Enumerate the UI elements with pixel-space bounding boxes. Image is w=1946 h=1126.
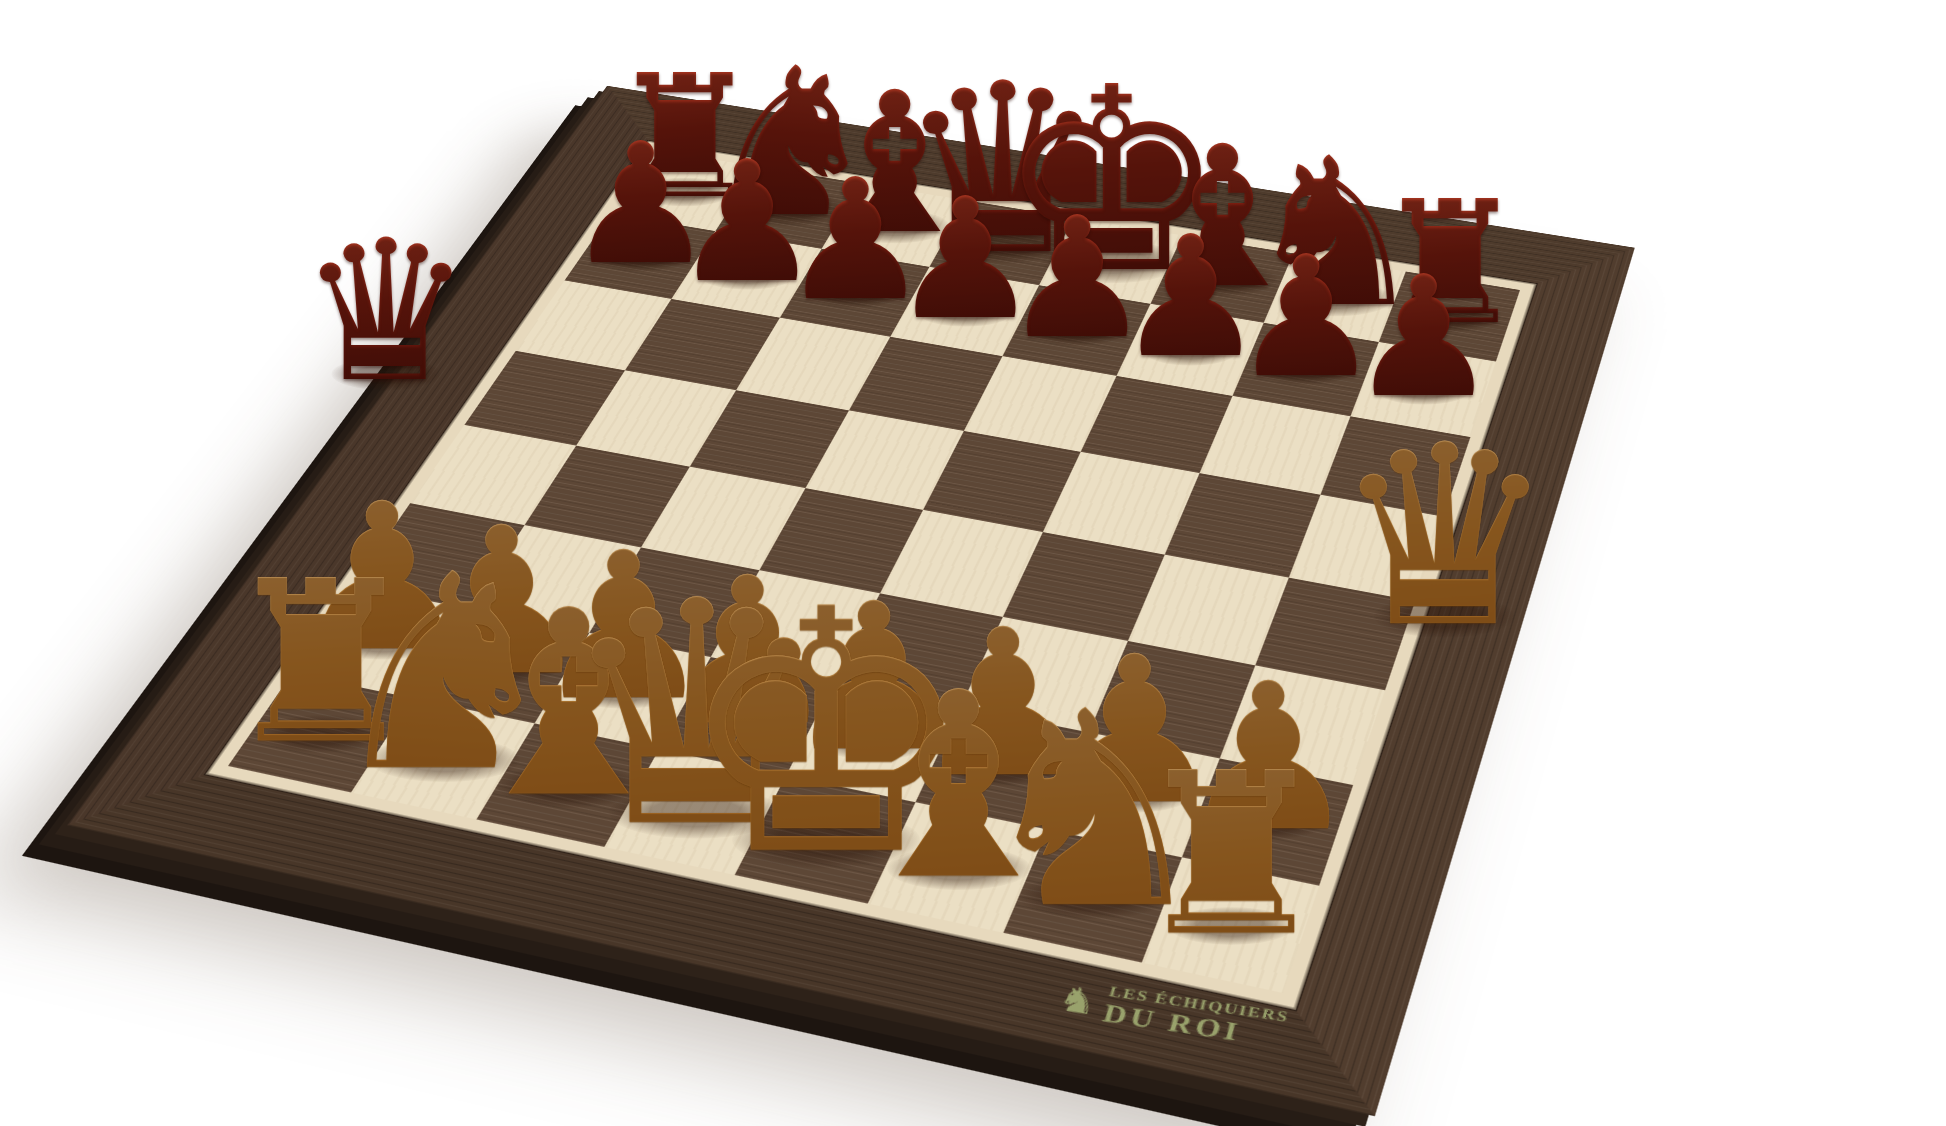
product-photo-scene: ♞ LES ÉCHIQUIERS DU ROI ♜♞♝♛♚♝♞♜♟♟♟♟♟♟♟♟… [0,0,1946,1126]
chess-board: ♞ LES ÉCHIQUIERS DU ROI [67,86,1635,1116]
knight-on-horseback-icon: ♞ [1054,981,1102,1021]
